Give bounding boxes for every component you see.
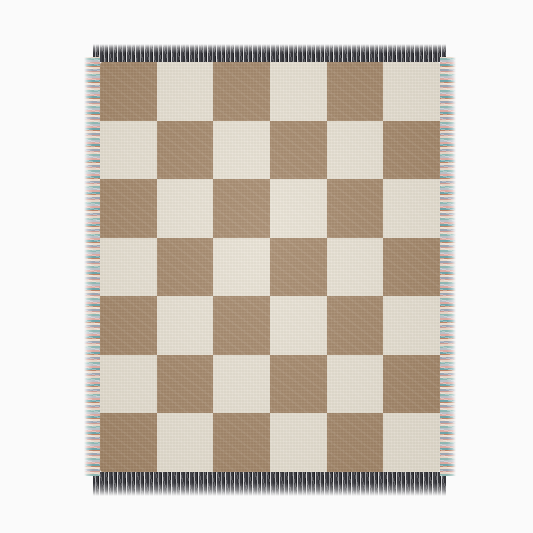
board-cell-brown [327,413,384,472]
board-cell-cream [157,296,214,355]
checkerboard [100,62,440,472]
board-cell-cream [157,62,214,121]
board-cell-brown [213,296,270,355]
board-cell-brown [100,62,157,121]
fringe-bottom [93,472,446,496]
board-cell-brown [383,238,440,297]
fringe-right [440,57,456,476]
woven-checkerboard-blanket [100,62,440,472]
board-cell-cream [213,121,270,180]
board-cell-brown [157,355,214,414]
board-cell-cream [383,296,440,355]
board-cell-brown [327,62,384,121]
board-cell-cream [383,62,440,121]
board-cell-brown [270,238,327,297]
board-cell-brown [213,179,270,238]
board-cell-brown [213,413,270,472]
board-cell-brown [327,296,384,355]
board-cell-cream [270,62,327,121]
fringe-top [93,44,446,62]
board-cell-cream [270,179,327,238]
board-cell-cream [157,413,214,472]
board-cell-brown [157,121,214,180]
board-cell-cream [213,355,270,414]
board-cell-cream [327,238,384,297]
board-cell-cream [157,179,214,238]
board-cell-brown [100,179,157,238]
fringe-left [84,57,100,476]
board-cell-brown [157,238,214,297]
board-cell-brown [213,62,270,121]
board-cell-brown [327,179,384,238]
board-cell-cream [327,121,384,180]
board-cell-brown [270,355,327,414]
board-cell-cream [213,238,270,297]
board-cell-cream [270,413,327,472]
board-cell-cream [383,413,440,472]
board-cell-brown [270,121,327,180]
board-cell-cream [100,355,157,414]
board-cell-cream [100,121,157,180]
board-cell-brown [383,121,440,180]
board-cell-brown [100,296,157,355]
board-cell-cream [383,179,440,238]
board-cell-cream [327,355,384,414]
board-cell-brown [100,413,157,472]
board-cell-brown [383,355,440,414]
board-cell-cream [100,238,157,297]
product-photo-background [0,0,533,533]
board-cell-cream [270,296,327,355]
